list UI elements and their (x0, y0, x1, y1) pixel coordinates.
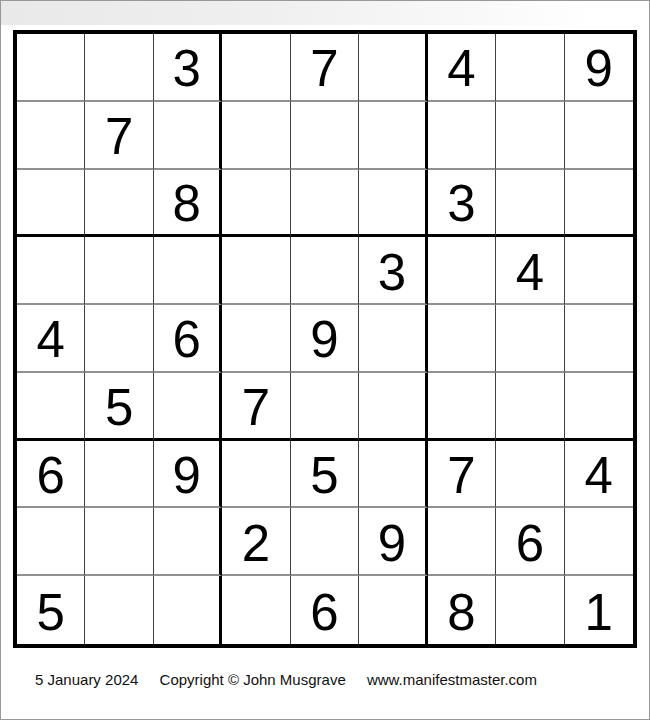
cell-r1c6[interactable] (359, 34, 427, 102)
cell-r8c5[interactable] (291, 508, 359, 576)
cell-r6c1[interactable] (17, 373, 85, 441)
cell-r9c6[interactable] (359, 576, 427, 644)
cell-r5c7[interactable] (428, 305, 496, 373)
footer: 5 January 2024 Copyright © John Musgrave… (35, 671, 537, 688)
cell-r9c8[interactable] (496, 576, 564, 644)
cell-r4c9[interactable] (565, 237, 633, 305)
cell-r2c9[interactable] (565, 102, 633, 170)
cell-r2c4[interactable] (222, 102, 290, 170)
cell-r9c3[interactable] (154, 576, 222, 644)
cell-r5c4[interactable] (222, 305, 290, 373)
cell-r1c7[interactable]: 4 (428, 34, 496, 102)
cell-r4c7[interactable] (428, 237, 496, 305)
cell-r8c7[interactable] (428, 508, 496, 576)
cell-r9c9[interactable]: 1 (565, 576, 633, 644)
sudoku-page: 37497833446957695742965681 5 January 202… (0, 0, 650, 720)
cell-r1c3[interactable]: 3 (154, 34, 222, 102)
cell-r6c7[interactable] (428, 373, 496, 441)
cell-r1c2[interactable] (85, 34, 153, 102)
cell-r8c2[interactable] (85, 508, 153, 576)
cell-r2c8[interactable] (496, 102, 564, 170)
cell-r8c4[interactable]: 2 (222, 508, 290, 576)
cell-r9c1[interactable]: 5 (17, 576, 85, 644)
cell-r6c4[interactable]: 7 (222, 373, 290, 441)
cell-r7c9[interactable]: 4 (565, 441, 633, 509)
cell-r3c8[interactable] (496, 170, 564, 238)
cell-r6c2[interactable]: 5 (85, 373, 153, 441)
cell-r7c6[interactable] (359, 441, 427, 509)
footer-website: www.manifestmaster.com (367, 671, 537, 688)
footer-date: 5 January 2024 (35, 671, 138, 688)
cell-r7c8[interactable] (496, 441, 564, 509)
cell-r5c3[interactable]: 6 (154, 305, 222, 373)
cell-r4c6[interactable]: 3 (359, 237, 427, 305)
cell-r4c1[interactable] (17, 237, 85, 305)
cell-r7c1[interactable]: 6 (17, 441, 85, 509)
cell-r3c7[interactable]: 3 (428, 170, 496, 238)
cell-r3c5[interactable] (291, 170, 359, 238)
cell-r8c6[interactable]: 9 (359, 508, 427, 576)
cell-r5c5[interactable]: 9 (291, 305, 359, 373)
cell-r1c1[interactable] (17, 34, 85, 102)
cell-r7c7[interactable]: 7 (428, 441, 496, 509)
cell-r5c1[interactable]: 4 (17, 305, 85, 373)
cell-r6c8[interactable] (496, 373, 564, 441)
cell-r3c3[interactable]: 8 (154, 170, 222, 238)
header-band (1, 1, 649, 25)
sudoku-board: 37497833446957695742965681 (13, 30, 637, 648)
cell-r4c3[interactable] (154, 237, 222, 305)
cell-r8c8[interactable]: 6 (496, 508, 564, 576)
cell-r3c9[interactable] (565, 170, 633, 238)
cell-r9c7[interactable]: 8 (428, 576, 496, 644)
cell-r1c8[interactable] (496, 34, 564, 102)
cell-r8c1[interactable] (17, 508, 85, 576)
footer-copyright: Copyright © John Musgrave (160, 671, 346, 688)
cell-r2c7[interactable] (428, 102, 496, 170)
cell-r9c4[interactable] (222, 576, 290, 644)
cell-r3c4[interactable] (222, 170, 290, 238)
cell-r9c2[interactable] (85, 576, 153, 644)
cell-r1c4[interactable] (222, 34, 290, 102)
cell-r2c2[interactable]: 7 (85, 102, 153, 170)
cell-r2c6[interactable] (359, 102, 427, 170)
cell-r9c5[interactable]: 6 (291, 576, 359, 644)
cell-r6c3[interactable] (154, 373, 222, 441)
cell-r3c1[interactable] (17, 170, 85, 238)
cell-r7c2[interactable] (85, 441, 153, 509)
cell-r3c2[interactable] (85, 170, 153, 238)
cell-r7c5[interactable]: 5 (291, 441, 359, 509)
cell-r4c5[interactable] (291, 237, 359, 305)
cell-r5c6[interactable] (359, 305, 427, 373)
cell-r3c6[interactable] (359, 170, 427, 238)
cell-r7c4[interactable] (222, 441, 290, 509)
cell-r4c4[interactable] (222, 237, 290, 305)
cell-r7c3[interactable]: 9 (154, 441, 222, 509)
cell-r5c8[interactable] (496, 305, 564, 373)
cell-r4c8[interactable]: 4 (496, 237, 564, 305)
cell-r2c3[interactable] (154, 102, 222, 170)
cell-r5c2[interactable] (85, 305, 153, 373)
cell-r4c2[interactable] (85, 237, 153, 305)
cell-r2c1[interactable] (17, 102, 85, 170)
cell-r6c6[interactable] (359, 373, 427, 441)
cell-r6c9[interactable] (565, 373, 633, 441)
cell-r5c9[interactable] (565, 305, 633, 373)
cell-r6c5[interactable] (291, 373, 359, 441)
cell-r8c3[interactable] (154, 508, 222, 576)
cell-r1c9[interactable]: 9 (565, 34, 633, 102)
cell-r1c5[interactable]: 7 (291, 34, 359, 102)
cell-r8c9[interactable] (565, 508, 633, 576)
cell-r2c5[interactable] (291, 102, 359, 170)
